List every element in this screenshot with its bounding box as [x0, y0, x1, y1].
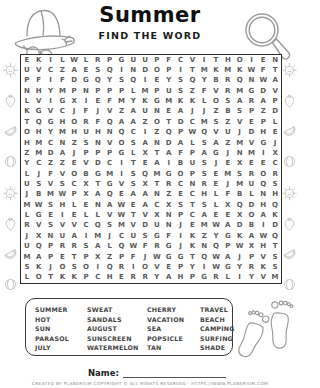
grid-cell[interactable]: I	[257, 221, 269, 231]
grid-cell[interactable]: R	[163, 179, 175, 189]
grid-cell[interactable]: O	[257, 169, 269, 179]
grid-cell[interactable]: F	[80, 107, 92, 117]
grid-cell[interactable]: U	[127, 55, 139, 65]
grid-cell[interactable]: N	[246, 76, 258, 86]
grid-cell[interactable]: D	[68, 76, 80, 86]
grid-cell[interactable]: S	[80, 138, 92, 148]
grid-cell[interactable]: A	[127, 190, 139, 200]
grid-cell[interactable]: F	[33, 76, 45, 86]
grid-cell[interactable]: D	[92, 159, 104, 169]
grid-cell[interactable]: X	[234, 159, 246, 169]
grid-cell[interactable]: P	[104, 55, 116, 65]
grid-cell[interactable]: Y	[163, 76, 175, 86]
grid-cell[interactable]: J	[222, 148, 234, 158]
grid-cell[interactable]: L	[80, 55, 92, 65]
grid-cell[interactable]: R	[127, 273, 139, 283]
grid-cell[interactable]: V	[80, 159, 92, 169]
grid-cell[interactable]: S	[127, 169, 139, 179]
grid-cell[interactable]: Q	[269, 200, 281, 210]
grid-cell[interactable]: Z	[139, 117, 151, 127]
grid-cell[interactable]: F	[257, 65, 269, 75]
grid-cell[interactable]: O	[246, 210, 258, 220]
grid-cell[interactable]: D	[269, 221, 281, 231]
grid-cell[interactable]: H	[198, 190, 210, 200]
grid-cell[interactable]: H	[21, 138, 33, 148]
grid-cell[interactable]: P	[80, 273, 92, 283]
grid-cell[interactable]: A	[210, 138, 222, 148]
grid-cell[interactable]: Q	[116, 242, 128, 252]
grid-cell[interactable]: P	[246, 252, 258, 262]
grid-cell[interactable]: L	[186, 138, 198, 148]
grid-cell[interactable]: N	[151, 138, 163, 148]
grid-cell[interactable]: L	[21, 169, 33, 179]
grid-cell[interactable]: I	[175, 231, 187, 241]
grid-cell[interactable]: L	[210, 190, 222, 200]
grid-cell[interactable]: R	[151, 242, 163, 252]
grid-cell[interactable]: M	[222, 65, 234, 75]
grid-cell[interactable]: U	[246, 179, 258, 189]
grid-cell[interactable]: K	[56, 273, 68, 283]
grid-cell[interactable]: T	[45, 273, 57, 283]
grid-cell[interactable]: G	[222, 262, 234, 272]
grid-cell[interactable]: P	[92, 148, 104, 158]
grid-cell[interactable]: S	[234, 107, 246, 117]
grid-cell[interactable]: X	[33, 231, 45, 241]
grid-cell[interactable]: A	[68, 65, 80, 75]
grid-cell[interactable]: I	[139, 76, 151, 86]
grid-cell[interactable]: V	[139, 210, 151, 220]
grid-cell[interactable]: N	[45, 231, 57, 241]
grid-cell[interactable]: L	[246, 190, 258, 200]
grid-cell[interactable]: C	[269, 159, 281, 169]
grid-cell[interactable]: S	[175, 76, 187, 86]
grid-cell[interactable]: P	[116, 86, 128, 96]
grid-cell[interactable]: P	[175, 128, 187, 138]
grid-cell[interactable]: Y	[45, 86, 57, 96]
grid-cell[interactable]: N	[257, 190, 269, 200]
grid-cell[interactable]: V	[257, 273, 269, 283]
grid-cell[interactable]: A	[175, 138, 187, 148]
grid-cell[interactable]: T	[269, 242, 281, 252]
grid-cell[interactable]: B	[175, 159, 187, 169]
grid-cell[interactable]: Q	[104, 262, 116, 272]
grid-cell[interactable]: Z	[163, 190, 175, 200]
grid-cell[interactable]: A	[92, 190, 104, 200]
grid-cell[interactable]: Y	[127, 96, 139, 106]
grid-cell[interactable]: G	[116, 148, 128, 158]
grid-cell[interactable]: F	[45, 169, 57, 179]
grid-cell[interactable]: G	[163, 252, 175, 262]
grid-cell[interactable]: V	[210, 86, 222, 96]
grid-cell[interactable]: U	[186, 159, 198, 169]
grid-cell[interactable]: K	[33, 55, 45, 65]
grid-cell[interactable]: P	[68, 86, 80, 96]
grid-cell[interactable]: N	[92, 200, 104, 210]
grid-cell[interactable]: C	[116, 231, 128, 241]
grid-cell[interactable]: D	[246, 128, 258, 138]
grid-cell[interactable]: P	[175, 262, 187, 272]
grid-cell[interactable]: C	[92, 273, 104, 283]
grid-cell[interactable]: W	[210, 252, 222, 262]
grid-cell[interactable]: E	[116, 273, 128, 283]
grid-cell[interactable]: H	[33, 86, 45, 96]
grid-cell[interactable]: P	[104, 148, 116, 158]
grid-cell[interactable]: Q	[104, 65, 116, 75]
word-bank-item[interactable]: CHERRY	[147, 305, 200, 315]
grid-cell[interactable]: V	[186, 55, 198, 65]
grid-cell[interactable]: L	[127, 148, 139, 158]
grid-cell[interactable]: Z	[198, 231, 210, 241]
grid-cell[interactable]: N	[269, 55, 281, 65]
grid-cell[interactable]: H	[257, 200, 269, 210]
grid-cell[interactable]: G	[45, 117, 57, 127]
grid-cell[interactable]: M	[33, 138, 45, 148]
grid-cell[interactable]: O	[151, 117, 163, 127]
grid-cell[interactable]: H	[222, 55, 234, 65]
grid-cell[interactable]: T	[186, 200, 198, 210]
grid-cell[interactable]: X	[68, 96, 80, 106]
grid-cell[interactable]: E	[92, 96, 104, 106]
grid-cell[interactable]: R	[198, 179, 210, 189]
grid-cell[interactable]: I	[198, 262, 210, 272]
grid-cell[interactable]: E	[127, 200, 139, 210]
grid-cell[interactable]: U	[163, 86, 175, 96]
word-bank-item[interactable]: POPSICLE	[147, 334, 200, 344]
grid-cell[interactable]: Y	[104, 76, 116, 86]
grid-cell[interactable]: A	[127, 117, 139, 127]
grid-cell[interactable]: I	[127, 262, 139, 272]
grid-cell[interactable]: I	[116, 169, 128, 179]
grid-cell[interactable]: G	[151, 231, 163, 241]
grid-cell[interactable]: M	[198, 221, 210, 231]
grid-cell[interactable]: Z	[222, 138, 234, 148]
grid-cell[interactable]: S	[198, 169, 210, 179]
word-bank-item[interactable]: SANDALS	[87, 315, 147, 325]
grid-cell[interactable]: P	[186, 169, 198, 179]
grid-cell[interactable]: I	[45, 76, 57, 86]
grid-cell[interactable]: L	[198, 96, 210, 106]
grid-cell[interactable]: T	[210, 55, 222, 65]
grid-cell[interactable]: E	[246, 117, 258, 127]
grid-cell[interactable]: Q	[198, 128, 210, 138]
grid-cell[interactable]: Z	[222, 117, 234, 127]
grid-cell[interactable]: R	[269, 169, 281, 179]
grid-cell[interactable]: W	[210, 262, 222, 272]
grid-cell[interactable]: V	[33, 221, 45, 231]
name-input-line[interactable]	[123, 368, 226, 378]
grid-cell[interactable]: V	[68, 221, 80, 231]
grid-cell[interactable]: G	[104, 179, 116, 189]
grid-cell[interactable]: N	[127, 65, 139, 75]
grid-cell[interactable]: I	[175, 65, 187, 75]
grid-cell[interactable]: R	[68, 242, 80, 252]
grid-cell[interactable]: G	[33, 210, 45, 220]
grid-cell[interactable]: U	[21, 179, 33, 189]
grid-cell[interactable]: P	[151, 55, 163, 65]
grid-cell[interactable]: H	[175, 273, 187, 283]
grid-cell[interactable]: V	[151, 262, 163, 272]
grid-cell[interactable]: Q	[116, 128, 128, 138]
grid-cell[interactable]: D	[269, 107, 281, 117]
grid-cell[interactable]: G	[151, 96, 163, 106]
grid-cell[interactable]: I	[80, 96, 92, 106]
grid-cell[interactable]: Y	[234, 262, 246, 272]
grid-cell[interactable]: Q	[33, 117, 45, 127]
grid-cell[interactable]: F	[127, 252, 139, 262]
grid-cell[interactable]: D	[139, 65, 151, 75]
grid-cell[interactable]: O	[116, 138, 128, 148]
word-bank-item[interactable]: HOT	[35, 315, 87, 325]
grid-cell[interactable]: R	[210, 273, 222, 283]
grid-cell[interactable]: X	[151, 210, 163, 220]
grid-cell[interactable]: X	[92, 252, 104, 262]
grid-cell[interactable]: A	[33, 252, 45, 262]
grid-cell[interactable]: C	[80, 221, 92, 231]
grid-cell[interactable]: A	[163, 148, 175, 158]
grid-cell[interactable]: C	[68, 179, 80, 189]
grid-cell[interactable]: M	[234, 138, 246, 148]
grid-cell[interactable]: C	[175, 55, 187, 65]
word-bank-item[interactable]: SUN	[35, 324, 87, 334]
grid-cell[interactable]: E	[116, 190, 128, 200]
grid-cell[interactable]: H	[257, 242, 269, 252]
grid-cell[interactable]: A	[246, 231, 258, 241]
grid-cell[interactable]: R	[246, 169, 258, 179]
grid-cell[interactable]: L	[21, 96, 33, 106]
grid-cell[interactable]: G	[175, 252, 187, 262]
grid-cell[interactable]: S	[269, 262, 281, 272]
grid-cell[interactable]: Y	[198, 76, 210, 86]
grid-cell[interactable]: S	[269, 179, 281, 189]
grid-cell[interactable]: B	[246, 221, 258, 231]
grid-cell[interactable]: C	[175, 179, 187, 189]
grid-cell[interactable]: A	[116, 117, 128, 127]
grid-cell[interactable]: Q	[257, 179, 269, 189]
grid-cell[interactable]: V	[33, 65, 45, 75]
grid-cell[interactable]: I	[116, 159, 128, 169]
grid-cell[interactable]: Q	[127, 76, 139, 86]
grid-cell[interactable]: S	[175, 200, 187, 210]
grid-cell[interactable]: O	[68, 117, 80, 127]
grid-cell[interactable]: V	[33, 96, 45, 106]
grid-cell[interactable]: L	[222, 273, 234, 283]
grid-cell[interactable]: X	[163, 200, 175, 210]
grid-cell[interactable]: T	[151, 179, 163, 189]
grid-cell[interactable]: D	[257, 86, 269, 96]
grid-cell[interactable]: W	[246, 65, 258, 75]
grid-cell[interactable]: X	[222, 200, 234, 210]
grid-cell[interactable]: O	[33, 273, 45, 283]
grid-cell[interactable]: R	[222, 86, 234, 96]
grid-cell[interactable]: M	[222, 169, 234, 179]
grid-cell[interactable]: D	[234, 221, 246, 231]
grid-cell[interactable]: G	[257, 138, 269, 148]
grid-cell[interactable]: Z	[56, 159, 68, 169]
grid-cell[interactable]: O	[139, 262, 151, 272]
grid-cell[interactable]: J	[21, 190, 33, 200]
grid-cell[interactable]: D	[45, 148, 57, 158]
grid-cell[interactable]: D	[246, 200, 258, 210]
grid-cell[interactable]: E	[257, 55, 269, 65]
grid-cell[interactable]: A	[198, 210, 210, 220]
grid-cell[interactable]: F	[163, 55, 175, 65]
grid-cell[interactable]: E	[222, 210, 234, 220]
grid-cell[interactable]: Y	[151, 273, 163, 283]
grid-cell[interactable]: O	[210, 96, 222, 106]
grid-cell[interactable]: J	[45, 262, 57, 272]
grid-cell[interactable]: A	[222, 252, 234, 262]
grid-cell[interactable]: K	[269, 210, 281, 220]
word-bank-item[interactable]: WATERMELON	[87, 343, 147, 353]
grid-cell[interactable]: S	[68, 262, 80, 272]
grid-cell[interactable]: V	[234, 117, 246, 127]
grid-cell[interactable]: N	[151, 107, 163, 117]
grid-cell[interactable]: P	[186, 273, 198, 283]
grid-cell[interactable]: S	[127, 138, 139, 148]
grid-cell[interactable]: E	[151, 76, 163, 86]
grid-cell[interactable]: V	[269, 86, 281, 96]
grid-cell[interactable]: K	[234, 65, 246, 75]
grid-cell[interactable]: S	[198, 138, 210, 148]
grid-cell[interactable]: I	[80, 231, 92, 241]
grid-cell[interactable]: Z	[45, 159, 57, 169]
grid-cell[interactable]: M	[198, 117, 210, 127]
grid-cell[interactable]: P	[175, 210, 187, 220]
grid-cell[interactable]: M	[56, 128, 68, 138]
grid-cell[interactable]: M	[163, 96, 175, 106]
grid-cell[interactable]: V	[45, 107, 57, 117]
grid-cell[interactable]: G	[163, 242, 175, 252]
grid-cell[interactable]: H	[56, 117, 68, 127]
grid-cell[interactable]: M	[198, 65, 210, 75]
grid-cell[interactable]: J	[175, 221, 187, 231]
grid-cell[interactable]: J	[175, 242, 187, 252]
grid-cell[interactable]: C	[45, 138, 57, 148]
grid-cell[interactable]: S	[198, 159, 210, 169]
grid-cell[interactable]: F	[163, 231, 175, 241]
grid-cell[interactable]: T	[127, 159, 139, 169]
grid-cell[interactable]: Z	[257, 107, 269, 117]
grid-cell[interactable]: V	[56, 169, 68, 179]
grid-cell[interactable]: O	[21, 128, 33, 138]
grid-cell[interactable]: E	[186, 221, 198, 231]
grid-cell[interactable]: J	[210, 159, 222, 169]
grid-cell[interactable]: V	[45, 179, 57, 189]
grid-cell[interactable]: U	[139, 107, 151, 117]
grid-cell[interactable]: R	[222, 76, 234, 86]
grid-cell[interactable]: I	[257, 148, 269, 158]
grid-cell[interactable]: S	[127, 179, 139, 189]
grid-cell[interactable]: L	[68, 200, 80, 210]
grid-cell[interactable]: P	[222, 242, 234, 252]
grid-cell[interactable]: G	[222, 231, 234, 241]
grid-cell[interactable]: K	[139, 96, 151, 106]
grid-cell[interactable]: J	[21, 231, 33, 241]
grid-cell[interactable]: U	[127, 231, 139, 241]
grid-cell[interactable]: R	[116, 262, 128, 272]
grid-cell[interactable]: Q	[210, 242, 222, 252]
grid-cell[interactable]: Z	[210, 107, 222, 117]
grid-cell[interactable]: Z	[104, 252, 116, 262]
grid-cell[interactable]: W	[127, 242, 139, 252]
grid-cell[interactable]: K	[186, 231, 198, 241]
grid-cell[interactable]: W	[234, 242, 246, 252]
grid-cell[interactable]: H	[68, 128, 80, 138]
grid-cell[interactable]: G	[246, 86, 258, 96]
grid-cell[interactable]: A	[151, 159, 163, 169]
grid-cell[interactable]: P	[257, 117, 269, 127]
grid-cell[interactable]: J	[92, 107, 104, 117]
grid-cell[interactable]: S	[222, 96, 234, 106]
grid-cell[interactable]: G	[33, 107, 45, 117]
grid-cell[interactable]: S	[21, 262, 33, 272]
grid-cell[interactable]: Q	[139, 169, 151, 179]
grid-cell[interactable]: A	[92, 242, 104, 252]
grid-cell[interactable]: K	[257, 262, 269, 272]
grid-cell[interactable]: X	[80, 190, 92, 200]
grid-cell[interactable]: J	[104, 231, 116, 241]
grid-cell[interactable]: X	[139, 148, 151, 158]
grid-cell[interactable]: R	[246, 262, 258, 272]
grid-cell[interactable]: A	[139, 138, 151, 148]
grid-cell[interactable]: M	[116, 221, 128, 231]
grid-cell[interactable]: S	[175, 86, 187, 96]
grid-cell[interactable]: N	[151, 190, 163, 200]
grid-cell[interactable]: M	[56, 86, 68, 96]
grid-cell[interactable]: I	[198, 55, 210, 65]
grid-cell[interactable]: P	[104, 86, 116, 96]
grid-cell[interactable]: F	[56, 76, 68, 86]
grid-cell[interactable]: M	[234, 86, 246, 96]
grid-cell[interactable]: E	[175, 190, 187, 200]
grid-cell[interactable]: N	[80, 86, 92, 96]
grid-cell[interactable]: N	[56, 138, 68, 148]
grid-cell[interactable]: C	[186, 117, 198, 127]
grid-cell[interactable]: E	[80, 65, 92, 75]
word-bank-item[interactable]: AUGUST	[87, 324, 147, 334]
grid-cell[interactable]: E	[80, 200, 92, 210]
grid-cell[interactable]: T	[21, 117, 33, 127]
grid-cell[interactable]: Q	[186, 76, 198, 86]
grid-cell[interactable]: Q	[33, 242, 45, 252]
grid-cell[interactable]: B	[210, 76, 222, 86]
grid-cell[interactable]: U	[139, 55, 151, 65]
grid-cell[interactable]: I	[246, 55, 258, 65]
grid-cell[interactable]: Z	[56, 65, 68, 75]
grid-cell[interactable]: V	[210, 128, 222, 138]
grid-cell[interactable]: P	[45, 252, 57, 262]
grid-cell[interactable]: M	[234, 179, 246, 189]
grid-cell[interactable]: Q	[234, 76, 246, 86]
grid-cell[interactable]: J	[198, 107, 210, 117]
grid-cell[interactable]: A	[257, 210, 269, 220]
grid-cell[interactable]: C	[186, 190, 198, 200]
grid-cell[interactable]: A	[163, 273, 175, 283]
grid-cell[interactable]: R	[80, 117, 92, 127]
grid-cell[interactable]: W	[56, 190, 68, 200]
grid-cell[interactable]: Q	[92, 221, 104, 231]
grid-cell[interactable]: A	[139, 200, 151, 210]
grid-cell[interactable]: W	[68, 55, 80, 65]
grid-cell[interactable]: C	[186, 210, 198, 220]
grid-cell[interactable]: E	[222, 159, 234, 169]
grid-cell[interactable]: L	[104, 242, 116, 252]
grid-cell[interactable]: E	[45, 210, 57, 220]
grid-cell[interactable]: N	[163, 221, 175, 231]
grid-cell[interactable]: S	[234, 169, 246, 179]
grid-cell[interactable]: N	[163, 210, 175, 220]
grid-cell[interactable]: V	[104, 107, 116, 117]
